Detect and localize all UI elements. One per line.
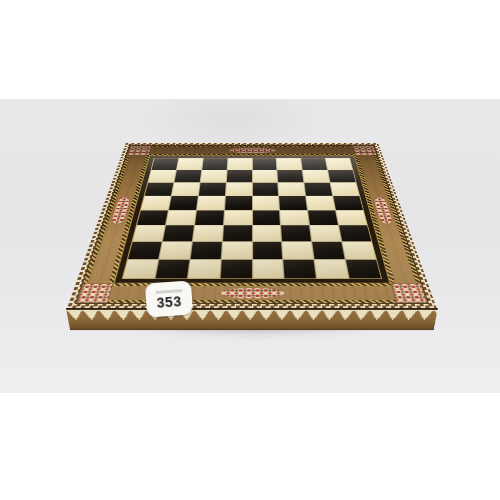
- square-e1: [253, 260, 284, 279]
- square-e2: [253, 242, 283, 259]
- square-b5: [169, 196, 198, 210]
- square-b2: [159, 242, 191, 259]
- square-d6: [226, 183, 252, 196]
- square-b8: [177, 158, 203, 169]
- corner-mosaic-bottom-right: [391, 283, 428, 303]
- square-d3: [223, 226, 252, 242]
- square-g5: [306, 196, 335, 210]
- square-g6: [305, 183, 333, 196]
- square-e6: [252, 183, 278, 196]
- square-e7: [252, 170, 277, 182]
- square-f2: [283, 242, 314, 259]
- square-d2: [221, 242, 251, 259]
- square-f8: [277, 158, 302, 169]
- square-g7: [303, 170, 330, 182]
- square-f3: [281, 226, 311, 242]
- square-a8: [152, 158, 179, 169]
- square-g8: [301, 158, 327, 169]
- square-h7: [328, 170, 356, 182]
- edge-medallion-top: [228, 147, 277, 153]
- square-f6: [279, 183, 306, 196]
- square-a7: [148, 170, 176, 182]
- square-d7: [226, 170, 251, 182]
- square-c6: [199, 183, 226, 196]
- square-c1: [188, 260, 220, 279]
- square-a1: [123, 260, 158, 279]
- corner-mosaic-top-right: [352, 145, 377, 155]
- chess-board: [67, 143, 437, 308]
- square-g3: [310, 226, 341, 242]
- square-f1: [284, 260, 316, 279]
- square-h8: [326, 158, 353, 169]
- square-e5: [252, 196, 279, 210]
- square-c5: [197, 196, 225, 210]
- square-b1: [155, 260, 189, 279]
- square-e3: [253, 226, 282, 242]
- board-front-edge: [66, 308, 438, 330]
- square-h5: [333, 196, 363, 210]
- square-a6: [145, 183, 174, 196]
- square-b7: [174, 170, 201, 182]
- square-a3: [133, 226, 165, 242]
- square-d5: [225, 196, 252, 210]
- square-e8: [252, 158, 276, 169]
- square-h6: [331, 183, 360, 196]
- square-d8: [227, 158, 251, 169]
- square-a2: [128, 242, 161, 259]
- square-c7: [200, 170, 226, 182]
- square-h2: [343, 242, 376, 259]
- square-f5: [279, 196, 307, 210]
- square-b6: [172, 183, 200, 196]
- lot-sticker: 353: [145, 280, 193, 317]
- square-h1: [346, 260, 381, 279]
- corner-mosaic-bottom-left: [76, 283, 113, 303]
- corner-mosaic-top-left: [127, 145, 152, 155]
- square-c2: [190, 242, 221, 259]
- square-h3: [339, 226, 371, 242]
- lot-number: 353: [156, 294, 182, 310]
- square-g2: [313, 242, 345, 259]
- square-a5: [141, 196, 171, 210]
- square-c3: [193, 226, 223, 242]
- square-c8: [202, 158, 227, 169]
- square-g1: [315, 260, 349, 279]
- square-f7: [278, 170, 304, 182]
- square-d1: [220, 260, 251, 279]
- square-b3: [163, 226, 194, 242]
